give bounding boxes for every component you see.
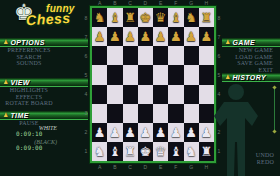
square-g6[interactable] — [184, 46, 199, 65]
square-b1[interactable]: ♝ — [107, 142, 122, 161]
square-g8[interactable]: ♞ — [184, 8, 199, 27]
menu-item-rotate-board[interactable]: ROTATE BOARD — [0, 100, 58, 107]
black-pawn: ♟ — [185, 30, 197, 43]
funny-chess-app-window: ♚ funny Chess ♟ OPTIONS PREFERENCESSEARC… — [0, 0, 280, 176]
black-pawn: ♟ — [170, 30, 182, 43]
view-menu-icon: ♟ — [3, 79, 8, 85]
square-b6[interactable] — [107, 46, 122, 65]
square-f7[interactable]: ♟ — [168, 27, 183, 46]
square-g3[interactable] — [184, 104, 199, 123]
white-bishop: ♝ — [109, 145, 121, 158]
black-pawn: ♟ — [155, 30, 167, 43]
white-knight: ♞ — [94, 145, 106, 158]
square-c6[interactable] — [123, 46, 138, 65]
square-d3[interactable] — [138, 104, 153, 123]
square-a5[interactable] — [92, 65, 107, 84]
logo-word-chess: Chess — [26, 10, 71, 28]
coord-label-1: 1 — [83, 142, 89, 161]
square-d6[interactable] — [138, 46, 153, 65]
black-knight: ♞ — [185, 11, 197, 24]
history-menu-header[interactable]: ♟ HISTORY — [222, 73, 280, 82]
coord-label-c: C — [123, 164, 138, 170]
square-c1[interactable]: ♜ — [123, 142, 138, 161]
time-menu-title: TIME — [10, 112, 28, 119]
options-menu-items: PREFERENCESSEARCHSOUNDS — [0, 47, 58, 67]
square-h8[interactable]: ♜ — [199, 8, 214, 27]
history-menu-icon: ♟ — [225, 74, 230, 80]
square-f2[interactable]: ♟ — [168, 123, 183, 142]
black-bishop: ♝ — [170, 11, 182, 24]
square-d4[interactable] — [138, 85, 153, 104]
black-pawn: ♟ — [201, 30, 213, 43]
time-menu-icon: ♟ — [3, 112, 8, 118]
black-king: ♚ — [140, 11, 152, 24]
square-a7[interactable]: ♟ — [92, 27, 107, 46]
black-pawn: ♟ — [109, 30, 121, 43]
square-e4[interactable] — [153, 85, 168, 104]
square-e3[interactable] — [153, 104, 168, 123]
square-e8[interactable]: ♛ — [153, 8, 168, 27]
board-file-labels-bottom: ABCDEFGH — [92, 164, 214, 170]
square-g1[interactable]: ♞ — [184, 142, 199, 161]
coord-label-a: A — [92, 164, 107, 170]
square-f5[interactable] — [168, 65, 183, 84]
white-pawn: ♟ — [185, 126, 197, 139]
square-e2[interactable]: ♟ — [153, 123, 168, 142]
options-menu-title: OPTIONS — [10, 39, 44, 46]
game-menu-icon: ♟ — [225, 39, 230, 45]
square-a2[interactable]: ♟ — [92, 123, 107, 142]
square-g2[interactable]: ♟ — [184, 123, 199, 142]
square-e5[interactable] — [153, 65, 168, 84]
black-rook: ♜ — [201, 11, 213, 24]
square-d2[interactable]: ♟ — [138, 123, 153, 142]
white-pawn: ♟ — [155, 126, 167, 139]
white-king: ♚ — [140, 145, 152, 158]
black-clock-time: 0:09:00 — [16, 145, 43, 151]
game-menu-items: NEW GAMELOAD GAMESAVE GAMEEXIT — [222, 47, 273, 73]
square-a4[interactable] — [92, 85, 107, 104]
black-pawn: ♟ — [124, 30, 136, 43]
game-menu-header[interactable]: ♟ GAME — [222, 38, 280, 47]
square-f4[interactable] — [168, 85, 183, 104]
coord-label-4: 4 — [83, 85, 89, 104]
black-pawn: ♟ — [140, 30, 152, 43]
coord-label-f: F — [168, 164, 183, 170]
redo-button[interactable]: REDO — [230, 159, 274, 166]
coord-label-8: 8 — [83, 8, 89, 27]
square-d8[interactable]: ♚ — [138, 8, 153, 27]
view-menu-header[interactable]: ♟ VIEW — [0, 78, 88, 87]
chess-board: ♞♝♜♚♛♝♞♜♟♟♟♟♟♟♟♟♟♟♟♟♟♟♟♟♞♝♜♚♛♝♞♜ — [90, 6, 216, 163]
coord-label-8: 8 — [216, 8, 222, 27]
white-rook: ♜ — [124, 145, 136, 158]
square-b2[interactable]: ♟ — [107, 123, 122, 142]
square-e7[interactable]: ♟ — [153, 27, 168, 46]
options-menu-header[interactable]: ♟ OPTIONS — [0, 38, 88, 47]
black-rook: ♜ — [124, 11, 136, 24]
options-menu-icon: ♟ — [3, 39, 8, 45]
coord-label-3: 3 — [83, 104, 89, 123]
white-pawn: ♟ — [109, 126, 121, 139]
coord-label-b: B — [107, 164, 122, 170]
square-b4[interactable] — [107, 85, 122, 104]
square-f3[interactable] — [168, 104, 183, 123]
board-rank-labels-left: 87654321 — [83, 8, 89, 161]
coord-label-6: 6 — [83, 46, 89, 65]
white-knight: ♞ — [185, 145, 197, 158]
square-g5[interactable] — [184, 65, 199, 84]
coord-label-5: 5 — [83, 65, 89, 84]
square-c4[interactable] — [123, 85, 138, 104]
square-h6[interactable] — [199, 46, 214, 65]
square-c3[interactable] — [123, 104, 138, 123]
square-b8[interactable]: ♝ — [107, 8, 122, 27]
white-pawn: ♟ — [124, 126, 136, 139]
view-menu-title: VIEW — [10, 79, 30, 86]
square-a6[interactable] — [92, 46, 107, 65]
time-menu-header[interactable]: ♟ TIME — [0, 111, 88, 120]
square-b7[interactable]: ♟ — [107, 27, 122, 46]
square-h7[interactable]: ♟ — [199, 27, 214, 46]
white-queen: ♛ — [155, 145, 167, 158]
history-menu-title: HISTORY — [232, 74, 266, 81]
square-g7[interactable]: ♟ — [184, 27, 199, 46]
square-d5[interactable] — [138, 65, 153, 84]
white-pawn: ♟ — [170, 126, 182, 139]
coord-label-g: G — [184, 164, 199, 170]
white-clock-time: 0:09:10 — [16, 131, 43, 137]
black-bishop: ♝ — [109, 11, 121, 24]
coord-label-7: 7 — [83, 27, 89, 46]
square-a8[interactable]: ♞ — [92, 8, 107, 27]
square-f1[interactable]: ♝ — [168, 142, 183, 161]
black-pawn: ♟ — [94, 30, 106, 43]
view-menu-items: HIGHLIGHTSEFFECTSROTATE BOARD — [0, 87, 58, 107]
black-queen: ♛ — [155, 11, 167, 24]
square-a3[interactable] — [92, 104, 107, 123]
black-knight: ♞ — [94, 11, 106, 24]
square-e1[interactable]: ♛ — [153, 142, 168, 161]
menu-item-sounds[interactable]: SOUNDS — [0, 60, 58, 67]
square-e6[interactable] — [153, 46, 168, 65]
square-d1[interactable]: ♚ — [138, 142, 153, 161]
square-c2[interactable]: ♟ — [123, 123, 138, 142]
history-actions: UNDO REDO — [230, 152, 274, 165]
game-menu-title: GAME — [232, 39, 255, 46]
white-bishop: ♝ — [170, 145, 182, 158]
square-f6[interactable] — [168, 46, 183, 65]
square-a1[interactable]: ♞ — [92, 142, 107, 161]
square-b5[interactable] — [107, 65, 122, 84]
square-b3[interactable] — [107, 104, 122, 123]
square-d7[interactable]: ♟ — [138, 27, 153, 46]
square-c7[interactable]: ♟ — [123, 27, 138, 46]
square-f8[interactable]: ♝ — [168, 8, 183, 27]
coord-label-d: D — [138, 164, 153, 170]
coord-label-2: 2 — [83, 123, 89, 142]
coord-label-e: E — [153, 164, 168, 170]
square-c5[interactable] — [123, 65, 138, 84]
white-pawn: ♟ — [94, 126, 106, 139]
history-scrollbar-track — [274, 89, 275, 130]
white-pawn: ♟ — [140, 126, 152, 139]
square-g4[interactable] — [184, 85, 199, 104]
square-c8[interactable]: ♜ — [123, 8, 138, 27]
